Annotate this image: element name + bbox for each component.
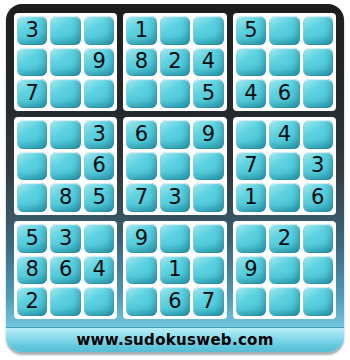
box-1-2: 18245: [123, 13, 226, 111]
cell-r6c9[interactable]: 6: [303, 183, 333, 212]
cell-r6c1[interactable]: [17, 183, 47, 212]
cell-r5c5[interactable]: [160, 152, 190, 181]
cell-r5c6[interactable]: [193, 152, 223, 181]
cell-r9c4[interactable]: [126, 287, 156, 316]
site-link[interactable]: www.sudokusweb.com: [76, 331, 273, 349]
cell-r2c7[interactable]: [236, 48, 266, 77]
cell-r3c1[interactable]: 7: [17, 79, 47, 108]
box-2-2: 6973: [123, 117, 226, 215]
cell-r8c3[interactable]: 4: [84, 256, 114, 285]
cell-r2c1[interactable]: [17, 48, 47, 77]
cell-r7c3[interactable]: [84, 224, 114, 253]
cell-r6c6[interactable]: [193, 183, 223, 212]
cell-r1c3[interactable]: [84, 16, 114, 45]
cell-r9c1[interactable]: 2: [17, 287, 47, 316]
cell-r9c6[interactable]: 7: [193, 287, 223, 316]
cell-r6c5[interactable]: 3: [160, 183, 190, 212]
cell-r2c2[interactable]: [50, 48, 80, 77]
cell-r5c9[interactable]: 3: [303, 152, 333, 181]
cell-r1c7[interactable]: 5: [236, 16, 266, 45]
footer-strip: www.sudokusweb.com: [6, 327, 344, 352]
box-2-3: 47316: [233, 117, 336, 215]
box-3-1: 538642: [14, 221, 117, 319]
cell-r8c8[interactable]: [269, 256, 299, 285]
cell-r2c4[interactable]: 8: [126, 48, 156, 77]
box-1-3: 546: [233, 13, 336, 111]
cell-r3c5[interactable]: [160, 79, 190, 108]
cell-r7c6[interactable]: [193, 224, 223, 253]
cell-r8c1[interactable]: 8: [17, 256, 47, 285]
cell-r7c5[interactable]: [160, 224, 190, 253]
cell-r2c9[interactable]: [303, 48, 333, 77]
box-3-2: 9167: [123, 221, 226, 319]
cell-r5c4[interactable]: [126, 152, 156, 181]
cell-r1c4[interactable]: 1: [126, 16, 156, 45]
cell-r8c6[interactable]: [193, 256, 223, 285]
cell-r2c5[interactable]: 2: [160, 48, 190, 77]
cell-r4c1[interactable]: [17, 120, 47, 149]
cell-r5c3[interactable]: 6: [84, 152, 114, 181]
cell-r4c5[interactable]: [160, 120, 190, 149]
cell-r6c8[interactable]: [269, 183, 299, 212]
cell-r9c9[interactable]: [303, 287, 333, 316]
cell-r4c6[interactable]: 9: [193, 120, 223, 149]
cell-r8c5[interactable]: 1: [160, 256, 190, 285]
cell-r3c9[interactable]: [303, 79, 333, 108]
cell-r7c7[interactable]: [236, 224, 266, 253]
cell-r4c9[interactable]: [303, 120, 333, 149]
cell-r4c3[interactable]: 3: [84, 120, 114, 149]
cell-r6c4[interactable]: 7: [126, 183, 156, 212]
cell-r9c8[interactable]: [269, 287, 299, 316]
cell-r7c2[interactable]: 3: [50, 224, 80, 253]
cell-r2c3[interactable]: 9: [84, 48, 114, 77]
cell-r1c2[interactable]: [50, 16, 80, 45]
cell-r1c5[interactable]: [160, 16, 190, 45]
cell-r8c4[interactable]: [126, 256, 156, 285]
cell-r3c8[interactable]: 6: [269, 79, 299, 108]
cell-r9c5[interactable]: 6: [160, 287, 190, 316]
cell-r7c9[interactable]: [303, 224, 333, 253]
cell-r1c9[interactable]: [303, 16, 333, 45]
cell-r6c7[interactable]: 1: [236, 183, 266, 212]
cell-r3c6[interactable]: 5: [193, 79, 223, 108]
cell-r6c2[interactable]: 8: [50, 183, 80, 212]
cell-r4c4[interactable]: 6: [126, 120, 156, 149]
cell-r5c2[interactable]: [50, 152, 80, 181]
cell-r6c3[interactable]: 5: [84, 183, 114, 212]
cell-r3c3[interactable]: [84, 79, 114, 108]
cell-r1c6[interactable]: [193, 16, 223, 45]
box-1-1: 397: [14, 13, 117, 111]
board-frame: 397182455463685697347316538642916729 www…: [6, 4, 344, 352]
box-2-1: 3685: [14, 117, 117, 215]
cell-r9c3[interactable]: [84, 287, 114, 316]
cell-r4c8[interactable]: 4: [269, 120, 299, 149]
cell-r4c7[interactable]: [236, 120, 266, 149]
cell-r4c2[interactable]: [50, 120, 80, 149]
cell-r5c8[interactable]: [269, 152, 299, 181]
sudoku-board: 397182455463685697347316538642916729: [14, 13, 336, 319]
cell-r7c8[interactable]: 2: [269, 224, 299, 253]
cell-r9c2[interactable]: [50, 287, 80, 316]
cell-r2c8[interactable]: [269, 48, 299, 77]
cell-r8c7[interactable]: 9: [236, 256, 266, 285]
cell-r3c2[interactable]: [50, 79, 80, 108]
cell-r8c9[interactable]: [303, 256, 333, 285]
cell-r3c7[interactable]: 4: [236, 79, 266, 108]
cell-r1c1[interactable]: 3: [17, 16, 47, 45]
box-3-3: 29: [233, 221, 336, 319]
cell-r5c1[interactable]: [17, 152, 47, 181]
cell-r2c6[interactable]: 4: [193, 48, 223, 77]
cell-r5c7[interactable]: 7: [236, 152, 266, 181]
cell-r7c4[interactable]: 9: [126, 224, 156, 253]
cell-r8c2[interactable]: 6: [50, 256, 80, 285]
cell-r3c4[interactable]: [126, 79, 156, 108]
cell-r1c8[interactable]: [269, 16, 299, 45]
cell-r7c1[interactable]: 5: [17, 224, 47, 253]
cell-r9c7[interactable]: [236, 287, 266, 316]
